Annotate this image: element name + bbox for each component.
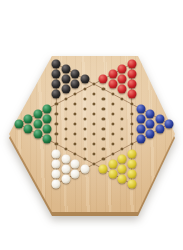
marble-blue[interactable] <box>137 115 146 124</box>
peg-hole[interactable] <box>74 132 77 135</box>
marble-white[interactable] <box>80 165 89 174</box>
marble-red[interactable] <box>127 70 136 79</box>
marble-green[interactable] <box>33 110 42 119</box>
marble-black[interactable] <box>52 80 61 89</box>
peg-hole[interactable] <box>121 117 124 120</box>
marble-yellow[interactable] <box>118 165 127 174</box>
marble-white[interactable] <box>61 155 70 164</box>
peg-hole[interactable] <box>102 97 105 100</box>
peg-hole[interactable] <box>92 102 95 105</box>
marble-white[interactable] <box>71 160 80 169</box>
peg-hole[interactable] <box>83 147 86 150</box>
marble-blue[interactable] <box>146 120 155 129</box>
marble-black[interactable] <box>71 70 80 79</box>
peg-hole[interactable] <box>74 102 77 105</box>
marble-green[interactable] <box>43 105 52 114</box>
peg-hole[interactable] <box>83 137 86 140</box>
marble-black[interactable] <box>61 65 70 74</box>
marble-black[interactable] <box>71 80 80 89</box>
peg-hole[interactable] <box>111 142 114 145</box>
marble-green[interactable] <box>24 115 33 124</box>
peg-hole[interactable] <box>74 112 77 115</box>
marble-yellow[interactable] <box>127 150 136 159</box>
marble-black[interactable] <box>80 75 89 84</box>
peg-hole[interactable] <box>55 142 58 145</box>
marble-blue[interactable] <box>155 125 164 134</box>
marble-red[interactable] <box>108 80 117 89</box>
marble-red[interactable] <box>108 70 117 79</box>
marble-white[interactable] <box>52 180 61 189</box>
marble-black[interactable] <box>61 85 70 94</box>
marble-blue[interactable] <box>155 115 164 124</box>
peg-hole[interactable] <box>74 152 77 155</box>
peg-hole[interactable] <box>64 127 67 130</box>
peg-hole[interactable] <box>83 157 86 160</box>
marble-white[interactable] <box>52 160 61 169</box>
marble-black[interactable] <box>52 60 61 69</box>
peg-hole[interactable] <box>130 132 133 135</box>
piece-layer <box>0 0 183 250</box>
marble-blue[interactable] <box>137 135 146 144</box>
peg-hole[interactable] <box>64 147 67 150</box>
peg-hole[interactable] <box>111 112 114 115</box>
peg-hole[interactable] <box>92 142 95 145</box>
peg-hole[interactable] <box>55 102 58 105</box>
marble-red[interactable] <box>127 60 136 69</box>
peg-hole[interactable] <box>102 157 105 160</box>
peg-hole[interactable] <box>74 142 77 145</box>
marble-blue[interactable] <box>137 125 146 134</box>
marble-green[interactable] <box>14 120 23 129</box>
marble-yellow[interactable] <box>108 160 117 169</box>
peg-hole[interactable] <box>121 97 124 100</box>
marble-green[interactable] <box>43 125 52 134</box>
peg-hole[interactable] <box>64 97 67 100</box>
marble-yellow[interactable] <box>127 160 136 169</box>
peg-hole[interactable] <box>102 127 105 130</box>
marble-blue[interactable] <box>146 130 155 139</box>
peg-hole[interactable] <box>121 137 124 140</box>
marble-yellow[interactable] <box>118 175 127 184</box>
marble-black[interactable] <box>52 70 61 79</box>
marble-yellow[interactable] <box>127 180 136 189</box>
marble-green[interactable] <box>33 130 42 139</box>
photo-background <box>0 0 183 250</box>
peg-hole[interactable] <box>92 112 95 115</box>
marble-blue[interactable] <box>146 110 155 119</box>
peg-hole[interactable] <box>55 122 58 125</box>
board-wrapper <box>0 0 183 250</box>
peg-hole[interactable] <box>111 92 114 95</box>
peg-hole[interactable] <box>130 102 133 105</box>
marble-green[interactable] <box>24 125 33 134</box>
peg-hole[interactable] <box>55 132 58 135</box>
peg-hole[interactable] <box>74 92 77 95</box>
peg-hole[interactable] <box>102 117 105 120</box>
marble-white[interactable] <box>71 170 80 179</box>
marble-white[interactable] <box>52 170 61 179</box>
marble-red[interactable] <box>127 80 136 89</box>
peg-hole[interactable] <box>111 122 114 125</box>
peg-hole[interactable] <box>74 122 77 125</box>
marble-red[interactable] <box>118 65 127 74</box>
marble-white[interactable] <box>52 150 61 159</box>
marble-blue[interactable] <box>165 120 174 129</box>
marble-red[interactable] <box>127 90 136 99</box>
marble-yellow[interactable] <box>118 155 127 164</box>
marble-yellow[interactable] <box>108 170 117 179</box>
peg-hole[interactable] <box>111 102 114 105</box>
marble-red[interactable] <box>118 85 127 94</box>
peg-hole[interactable] <box>121 127 124 130</box>
marble-green[interactable] <box>33 120 42 129</box>
marble-green[interactable] <box>43 115 52 124</box>
peg-hole[interactable] <box>83 87 86 90</box>
peg-hole[interactable] <box>64 137 67 140</box>
peg-hole[interactable] <box>130 122 133 125</box>
peg-hole[interactable] <box>102 107 105 110</box>
peg-hole[interactable] <box>92 82 95 85</box>
marble-white[interactable] <box>61 175 70 184</box>
peg-hole[interactable] <box>92 122 95 125</box>
peg-hole[interactable] <box>102 147 105 150</box>
peg-hole[interactable] <box>92 162 95 165</box>
peg-hole[interactable] <box>83 107 86 110</box>
marble-black[interactable] <box>61 75 70 84</box>
marble-red[interactable] <box>99 75 108 84</box>
peg-hole[interactable] <box>83 97 86 100</box>
marble-black[interactable] <box>52 90 61 99</box>
peg-hole[interactable] <box>111 152 114 155</box>
peg-hole[interactable] <box>64 107 67 110</box>
peg-hole[interactable] <box>55 112 58 115</box>
peg-hole[interactable] <box>92 132 95 135</box>
peg-hole[interactable] <box>92 92 95 95</box>
marble-yellow[interactable] <box>99 165 108 174</box>
peg-hole[interactable] <box>102 87 105 90</box>
marble-yellow[interactable] <box>127 170 136 179</box>
peg-hole[interactable] <box>64 117 67 120</box>
marble-red[interactable] <box>118 75 127 84</box>
peg-hole[interactable] <box>111 132 114 135</box>
peg-hole[interactable] <box>92 152 95 155</box>
marble-blue[interactable] <box>137 105 146 114</box>
peg-hole[interactable] <box>102 137 105 140</box>
peg-hole[interactable] <box>121 107 124 110</box>
marble-green[interactable] <box>43 135 52 144</box>
peg-hole[interactable] <box>121 147 124 150</box>
peg-hole[interactable] <box>130 142 133 145</box>
marble-white[interactable] <box>61 165 70 174</box>
peg-hole[interactable] <box>130 112 133 115</box>
peg-hole[interactable] <box>83 117 86 120</box>
peg-hole[interactable] <box>83 127 86 130</box>
